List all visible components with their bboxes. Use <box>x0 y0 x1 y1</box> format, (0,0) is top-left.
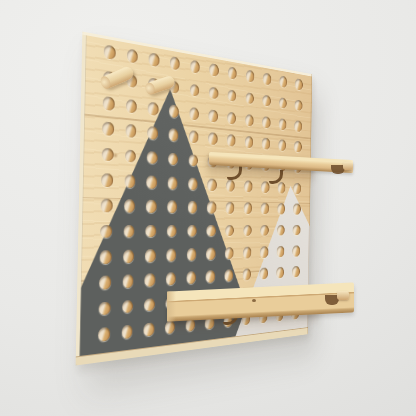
peg-hole-r1c2 <box>127 49 138 64</box>
peg-hole-r5c3 <box>147 151 158 164</box>
peg-hole-r6c3 <box>146 175 157 188</box>
peg-hole-r3c6 <box>209 109 218 122</box>
peg-hole-r1c9 <box>263 73 271 85</box>
peg-hole-r4c3 <box>147 126 158 140</box>
peg-hole-r10c8 <box>242 269 251 281</box>
peg-hole-r2c5 <box>190 83 200 96</box>
peg-hole-r3c1 <box>103 96 115 110</box>
peg-hole-r3c5 <box>189 107 199 120</box>
peg-hole-r12c1 <box>98 327 110 341</box>
peg-hole-r8c2 <box>123 225 134 238</box>
peg-hole-r8c3 <box>146 225 157 238</box>
peg-hole-r9c2 <box>123 250 134 263</box>
peg-hole-r8c1 <box>100 225 112 238</box>
peg-hole-r9c5 <box>187 248 197 260</box>
peg-hole-r6c8 <box>244 180 253 192</box>
peg-hole-r9c8 <box>243 247 252 259</box>
peg-hole-r1c4 <box>170 56 180 70</box>
peg-hole-r10c10 <box>276 267 284 278</box>
peg-hole-r4c7 <box>227 134 236 146</box>
peg-hole-r3c7 <box>227 112 236 125</box>
peg-hole-r4c4 <box>169 128 179 141</box>
peg-hole-r1c8 <box>246 70 255 83</box>
peg-hole-r7c7 <box>226 202 235 214</box>
peg-hole-r2c7 <box>228 89 237 102</box>
peg-hole-r6c7 <box>226 179 235 191</box>
peg-hole-r7c5 <box>187 201 197 213</box>
lower-shelf-end-peg <box>337 291 349 300</box>
peg-hole-r10c11 <box>292 266 300 277</box>
peg-hole-r3c2 <box>126 99 137 113</box>
peg-hole-r10c6 <box>206 271 215 283</box>
peg-hole-r4c2 <box>125 124 136 138</box>
peg-hole-r4c6 <box>208 132 217 145</box>
peg-hole-r1c6 <box>209 63 218 76</box>
peg-hole-r3c4 <box>169 104 179 117</box>
peg-hole-r3c11 <box>294 120 302 132</box>
peg-hole-r6c4 <box>168 177 178 190</box>
peg-hole-r9c3 <box>145 249 156 262</box>
peg-hole-r7c1 <box>101 199 113 212</box>
peg-hole-r6c6 <box>207 179 216 191</box>
peg-hole-r6c10 <box>278 182 286 193</box>
peg-hole-r8c4 <box>167 225 177 237</box>
peg-hole-r12c2 <box>121 325 132 339</box>
peg-hole-r7c4 <box>167 201 177 213</box>
peg-hole-r8c9 <box>260 225 268 236</box>
peg-hole-r5c4 <box>168 152 178 165</box>
peg-hole-r10c7 <box>224 270 233 282</box>
peg-hole-r8c5 <box>187 225 197 237</box>
peg-hole-r3c9 <box>262 116 270 128</box>
peg-hole-r2c11 <box>295 99 303 111</box>
upper-shelf-end-peg <box>343 162 353 170</box>
peg-hole-r7c2 <box>124 200 135 213</box>
peg-hole-r4c8 <box>245 136 254 148</box>
peg-hole-r9c1 <box>100 250 112 264</box>
peg-hole-r11c1 <box>99 301 111 315</box>
peg-hole-r6c9 <box>261 181 269 192</box>
peg-hole-r4c1 <box>102 122 114 136</box>
peg-hole-r1c11 <box>295 79 303 91</box>
peg-hole-r1c3 <box>149 53 160 67</box>
peg-hole-r9c6 <box>206 248 215 260</box>
peg-hole-r6c11 <box>293 183 301 194</box>
peg-hole-r6c5 <box>188 178 198 190</box>
peg-hole-r11c3 <box>144 298 155 311</box>
peg-hole-r7c3 <box>146 200 157 213</box>
lower-shelf-peg-hole-dot <box>252 299 256 302</box>
peg-hole-r11c2 <box>122 300 133 314</box>
peg-hole-r7c11 <box>293 204 301 215</box>
peg-hole-r10c9 <box>260 268 268 280</box>
peg-hole-r3c10 <box>279 118 287 130</box>
peg-hole-r1c5 <box>190 60 200 74</box>
peg-hole-r7c8 <box>243 203 252 214</box>
peg-hole-r10c2 <box>122 275 133 289</box>
peg-hole-r3c8 <box>245 114 254 126</box>
peg-hole-r8c11 <box>293 225 301 236</box>
peg-hole-r4c9 <box>262 138 270 150</box>
peg-hole-r9c10 <box>276 246 284 257</box>
peg-hole-r10c5 <box>186 271 196 284</box>
peg-hole-r8c6 <box>206 225 215 237</box>
peg-hole-r6c1 <box>101 173 113 187</box>
peg-hole-r9c9 <box>260 246 268 257</box>
peg-hole-r1c10 <box>279 76 287 88</box>
peg-hole-r5c1 <box>102 147 114 161</box>
peg-hole-r8c8 <box>243 225 252 236</box>
peg-hole-r2c9 <box>262 94 270 106</box>
peg-hole-r10c3 <box>145 274 156 287</box>
peg-hole-r8c10 <box>277 225 285 236</box>
peg-hole-r7c10 <box>277 203 285 214</box>
peg-hole-r9c4 <box>166 249 176 262</box>
peg-hole-r4c10 <box>278 139 286 151</box>
peg-hole-r1c7 <box>228 67 237 80</box>
product-photo-pegboard-scene <box>0 0 416 416</box>
peg-hole-r7c6 <box>207 202 216 214</box>
peg-hole-r5c2 <box>125 149 136 163</box>
peg-hole-r7c9 <box>261 203 269 214</box>
peg-hole-r4c11 <box>294 141 302 152</box>
peg-hole-r3c3 <box>148 102 159 116</box>
peg-hole-r9c7 <box>225 247 234 259</box>
peg-hole-r5c5 <box>188 154 198 167</box>
peg-hole-r2c10 <box>279 97 287 109</box>
peg-hole-r8c7 <box>225 225 234 237</box>
peg-hole-r2c8 <box>245 92 254 104</box>
peg-hole-r10c4 <box>166 272 176 285</box>
peg-hole-r9c11 <box>292 245 300 256</box>
peg-hole-r6c2 <box>124 174 135 187</box>
peg-hole-r2c6 <box>209 86 218 99</box>
peg-hole-r12c3 <box>144 322 155 336</box>
peg-hole-r4c5 <box>189 130 199 143</box>
peg-hole-r10c1 <box>99 276 111 290</box>
peg-hole-r1c1 <box>104 45 116 60</box>
